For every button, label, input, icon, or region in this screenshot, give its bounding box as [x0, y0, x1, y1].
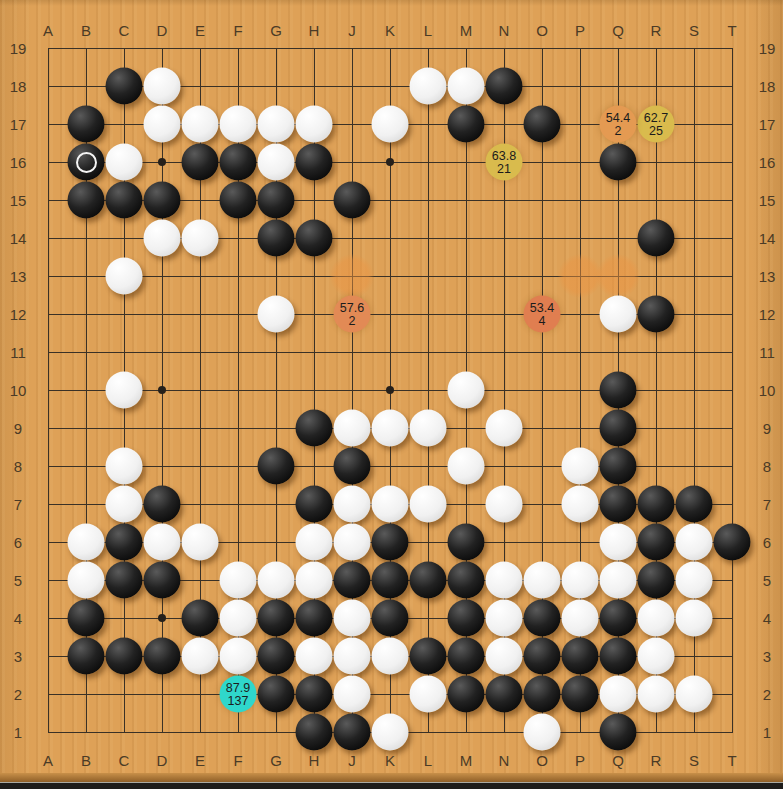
black-stone-B17 — [68, 106, 105, 143]
goban[interactable]: AABBCCDDEEFFGGHHJJKKLLMMNNOOPPQQRRSSTT19… — [0, 0, 783, 789]
black-stone-C6 — [106, 524, 143, 561]
white-stone-S6 — [676, 524, 713, 561]
white-stone-O5 — [524, 562, 561, 599]
black-stone-Q4 — [600, 600, 637, 637]
white-stone-H17 — [296, 106, 333, 143]
coord-label-left: 11 — [10, 344, 26, 361]
white-stone-J9 — [334, 410, 371, 447]
coord-label-bottom: M — [460, 752, 473, 769]
analysis-ghost-circle[interactable] — [596, 254, 640, 298]
coord-label-bottom: F — [233, 752, 242, 769]
white-stone-D17 — [144, 106, 181, 143]
black-stone-M4 — [448, 600, 485, 637]
coord-label-top: R — [651, 22, 662, 39]
black-stone-D5 — [144, 562, 181, 599]
coord-label-bottom: G — [270, 752, 282, 769]
coord-label-right: 6 — [763, 534, 771, 551]
white-stone-N9 — [486, 410, 523, 447]
coord-label-right: 5 — [763, 572, 771, 589]
white-stone-R4 — [638, 600, 675, 637]
white-stone-F5 — [220, 562, 257, 599]
last-move-marker — [76, 152, 97, 173]
white-stone-C10 — [106, 372, 143, 409]
coord-label-top: F — [233, 22, 242, 39]
coord-label-top: O — [536, 22, 548, 39]
black-stone-C15 — [106, 182, 143, 219]
coord-label-bottom: C — [119, 752, 130, 769]
coord-label-top: G — [270, 22, 282, 39]
white-stone-G5 — [258, 562, 295, 599]
black-stone-C18 — [106, 68, 143, 105]
black-stone-E16 — [182, 144, 219, 181]
coord-label-bottom: S — [689, 752, 699, 769]
black-stone-F16 — [220, 144, 257, 181]
white-stone-B5 — [68, 562, 105, 599]
black-stone-P3 — [562, 638, 599, 675]
white-stone-J4 — [334, 600, 371, 637]
coord-label-bottom: T — [727, 752, 736, 769]
black-stone-H16 — [296, 144, 333, 181]
coord-label-bottom: K — [385, 752, 395, 769]
star-point — [158, 386, 166, 394]
coord-label-left: 17 — [10, 116, 27, 133]
white-stone-D6 — [144, 524, 181, 561]
black-stone-J1 — [334, 714, 371, 751]
white-stone-F4 — [220, 600, 257, 637]
coord-label-right: 12 — [759, 306, 776, 323]
black-stone-M5 — [448, 562, 485, 599]
white-stone-C7 — [106, 486, 143, 523]
white-stone-Q2 — [600, 676, 637, 713]
coord-label-bottom: E — [195, 752, 205, 769]
black-stone-C5 — [106, 562, 143, 599]
white-stone-H6 — [296, 524, 333, 561]
white-stone-H3 — [296, 638, 333, 675]
black-stone-G3 — [258, 638, 295, 675]
white-stone-G16 — [258, 144, 295, 181]
white-stone-B6 — [68, 524, 105, 561]
black-stone-Q16 — [600, 144, 637, 181]
coord-label-bottom: B — [81, 752, 91, 769]
black-stone-B4 — [68, 600, 105, 637]
white-stone-R2 — [638, 676, 675, 713]
white-stone-N5 — [486, 562, 523, 599]
black-stone-R6 — [638, 524, 675, 561]
white-stone-M8 — [448, 448, 485, 485]
white-stone-K7 — [372, 486, 409, 523]
white-stone-L9 — [410, 410, 447, 447]
coord-label-left: 15 — [10, 192, 27, 209]
white-stone-J6 — [334, 524, 371, 561]
coord-label-right: 18 — [759, 78, 776, 95]
black-stone-K4 — [372, 600, 409, 637]
coord-label-bottom: H — [309, 752, 320, 769]
black-stone-B3 — [68, 638, 105, 675]
coord-label-left: 12 — [10, 306, 27, 323]
white-stone-F3 — [220, 638, 257, 675]
black-stone-H9 — [296, 410, 333, 447]
black-stone-R5 — [638, 562, 675, 599]
black-stone-H2 — [296, 676, 333, 713]
coord-label-right: 7 — [763, 496, 771, 513]
suggestion-value: 57.6 — [340, 302, 364, 315]
white-stone-D18 — [144, 68, 181, 105]
coord-label-right: 19 — [759, 40, 776, 57]
black-stone-Q9 — [600, 410, 637, 447]
black-stone-Q3 — [600, 638, 637, 675]
black-stone-G15 — [258, 182, 295, 219]
coord-label-left: 13 — [10, 268, 27, 285]
black-stone-Q7 — [600, 486, 637, 523]
black-stone-G14 — [258, 220, 295, 257]
coord-label-right: 3 — [763, 648, 771, 665]
coord-label-left: 7 — [14, 496, 22, 513]
white-stone-D14 — [144, 220, 181, 257]
coord-label-bottom: R — [651, 752, 662, 769]
coord-label-right: 4 — [763, 610, 771, 627]
coord-label-left: 14 — [10, 230, 27, 247]
black-stone-B16 — [68, 144, 105, 181]
black-stone-R7 — [638, 486, 675, 523]
white-stone-P4 — [562, 600, 599, 637]
black-stone-Q8 — [600, 448, 637, 485]
black-stone-B15 — [68, 182, 105, 219]
coord-label-left: 8 — [14, 458, 22, 475]
suggestion-visits: 4 — [539, 314, 546, 327]
coord-label-bottom: A — [43, 752, 53, 769]
coord-label-left: 9 — [14, 420, 22, 437]
black-stone-J15 — [334, 182, 371, 219]
black-stone-Q1 — [600, 714, 637, 751]
coord-label-top: D — [157, 22, 168, 39]
suggestion-value: 63.8 — [492, 150, 516, 163]
coord-label-right: 2 — [763, 686, 771, 703]
white-stone-L2 — [410, 676, 447, 713]
white-stone-P8 — [562, 448, 599, 485]
black-stone-C3 — [106, 638, 143, 675]
coord-label-bottom: L — [424, 752, 432, 769]
white-stone-S5 — [676, 562, 713, 599]
coord-label-right: 14 — [759, 230, 776, 247]
white-stone-G17 — [258, 106, 295, 143]
coord-label-left: 2 — [14, 686, 22, 703]
coord-label-top: Q — [612, 22, 624, 39]
black-stone-N18 — [486, 68, 523, 105]
white-stone-J7 — [334, 486, 371, 523]
black-stone-J5 — [334, 562, 371, 599]
black-stone-F15 — [220, 182, 257, 219]
coord-label-left: 19 — [10, 40, 27, 57]
white-stone-N4 — [486, 600, 523, 637]
star-point — [386, 386, 394, 394]
black-stone-O2 — [524, 676, 561, 713]
black-stone-O3 — [524, 638, 561, 675]
black-stone-Q10 — [600, 372, 637, 409]
black-stone-R14 — [638, 220, 675, 257]
white-stone-J3 — [334, 638, 371, 675]
black-stone-J8 — [334, 448, 371, 485]
white-stone-K3 — [372, 638, 409, 675]
coord-label-top: T — [727, 22, 736, 39]
white-stone-N7 — [486, 486, 523, 523]
coord-label-left: 6 — [14, 534, 22, 551]
coord-label-top: N — [499, 22, 510, 39]
coord-label-bottom: N — [499, 752, 510, 769]
black-stone-H14 — [296, 220, 333, 257]
white-stone-E3 — [182, 638, 219, 675]
black-stone-K5 — [372, 562, 409, 599]
black-stone-M3 — [448, 638, 485, 675]
suggested-move-Q17[interactable]: 54.42 — [600, 106, 637, 143]
black-stone-S7 — [676, 486, 713, 523]
coord-label-right: 15 — [759, 192, 776, 209]
coord-label-top: K — [385, 22, 395, 39]
black-stone-D3 — [144, 638, 181, 675]
coord-label-right: 1 — [763, 724, 771, 741]
coord-label-top: L — [424, 22, 432, 39]
white-stone-K17 — [372, 106, 409, 143]
black-stone-G2 — [258, 676, 295, 713]
suggestion-visits: 21 — [497, 162, 511, 175]
white-stone-H5 — [296, 562, 333, 599]
suggested-move-N16[interactable]: 63.821 — [486, 144, 523, 181]
black-stone-O17 — [524, 106, 561, 143]
suggestion-visits: 2 — [615, 124, 622, 137]
analysis-ghost-circle[interactable] — [330, 254, 374, 298]
white-stone-S4 — [676, 600, 713, 637]
star-point — [158, 614, 166, 622]
coord-label-top: B — [81, 22, 91, 39]
coord-label-right: 13 — [759, 268, 776, 285]
window-bottom-bar — [0, 782, 783, 789]
black-stone-H1 — [296, 714, 333, 751]
suggested-move-O12[interactable]: 53.44 — [524, 296, 561, 333]
white-stone-J2 — [334, 676, 371, 713]
coord-label-bottom: O — [536, 752, 548, 769]
white-stone-N3 — [486, 638, 523, 675]
coord-label-right: 8 — [763, 458, 771, 475]
suggestion-value: 53.4 — [530, 302, 554, 315]
coord-label-bottom: D — [157, 752, 168, 769]
white-stone-Q5 — [600, 562, 637, 599]
coord-label-left: 4 — [14, 610, 22, 627]
coord-label-top: C — [119, 22, 130, 39]
black-stone-L3 — [410, 638, 447, 675]
coord-label-bottom: J — [348, 752, 356, 769]
suggestion-visits: 137 — [228, 694, 249, 707]
suggested-move-F2[interactable]: 87.9137 — [220, 676, 257, 713]
coord-label-right: 11 — [759, 344, 775, 361]
white-stone-L7 — [410, 486, 447, 523]
black-stone-H7 — [296, 486, 333, 523]
white-stone-C13 — [106, 258, 143, 295]
suggested-move-R17[interactable]: 62.725 — [638, 106, 675, 143]
black-stone-K6 — [372, 524, 409, 561]
white-stone-C16 — [106, 144, 143, 181]
white-stone-L18 — [410, 68, 447, 105]
white-stone-P7 — [562, 486, 599, 523]
white-stone-E6 — [182, 524, 219, 561]
board-bottom-bevel — [0, 773, 783, 782]
coord-label-left: 10 — [10, 382, 27, 399]
white-stone-K9 — [372, 410, 409, 447]
black-stone-G8 — [258, 448, 295, 485]
suggestion-visits: 25 — [649, 124, 663, 137]
suggestion-value: 54.4 — [606, 112, 630, 125]
white-stone-C8 — [106, 448, 143, 485]
white-stone-M10 — [448, 372, 485, 409]
white-stone-E14 — [182, 220, 219, 257]
coord-label-top: E — [195, 22, 205, 39]
white-stone-F17 — [220, 106, 257, 143]
black-stone-M17 — [448, 106, 485, 143]
coord-label-left: 16 — [10, 154, 27, 171]
black-stone-D7 — [144, 486, 181, 523]
white-stone-O1 — [524, 714, 561, 751]
black-stone-P2 — [562, 676, 599, 713]
coord-label-right: 9 — [763, 420, 771, 437]
coord-label-right: 17 — [759, 116, 776, 133]
coord-label-right: 10 — [759, 382, 776, 399]
coord-label-top: P — [575, 22, 585, 39]
suggestion-value: 62.7 — [644, 112, 668, 125]
black-stone-H4 — [296, 600, 333, 637]
coord-label-top: A — [43, 22, 53, 39]
suggestion-value: 87.9 — [226, 682, 250, 695]
suggested-move-J12[interactable]: 57.62 — [334, 296, 371, 333]
coord-label-top: H — [309, 22, 320, 39]
coord-label-right: 16 — [759, 154, 776, 171]
star-point — [158, 158, 166, 166]
black-stone-M2 — [448, 676, 485, 713]
coord-label-top: J — [348, 22, 356, 39]
suggestion-visits: 2 — [349, 314, 356, 327]
coord-label-bottom: P — [575, 752, 585, 769]
black-stone-T6 — [714, 524, 751, 561]
white-stone-S2 — [676, 676, 713, 713]
black-stone-E4 — [182, 600, 219, 637]
black-stone-R12 — [638, 296, 675, 333]
white-stone-Q6 — [600, 524, 637, 561]
black-stone-O4 — [524, 600, 561, 637]
coord-label-left: 1 — [14, 724, 22, 741]
black-stone-N2 — [486, 676, 523, 713]
white-stone-R3 — [638, 638, 675, 675]
star-point — [386, 158, 394, 166]
white-stone-M18 — [448, 68, 485, 105]
coord-label-bottom: Q — [612, 752, 624, 769]
coord-label-left: 5 — [14, 572, 22, 589]
coord-label-top: S — [689, 22, 699, 39]
white-stone-G12 — [258, 296, 295, 333]
black-stone-L5 — [410, 562, 447, 599]
coord-label-left: 18 — [10, 78, 27, 95]
white-stone-P5 — [562, 562, 599, 599]
white-stone-K1 — [372, 714, 409, 751]
black-stone-G4 — [258, 600, 295, 637]
coord-label-top: M — [460, 22, 473, 39]
coord-label-left: 3 — [14, 648, 22, 665]
white-stone-Q12 — [600, 296, 637, 333]
black-stone-D15 — [144, 182, 181, 219]
black-stone-M6 — [448, 524, 485, 561]
white-stone-E17 — [182, 106, 219, 143]
